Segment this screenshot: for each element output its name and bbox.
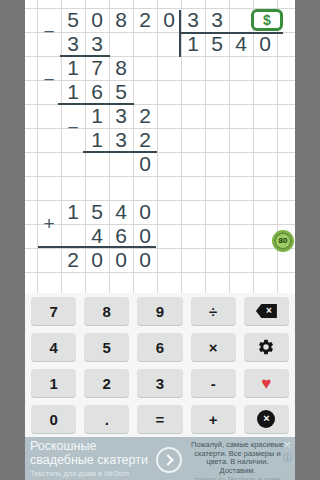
key-equals[interactable]: = (137, 405, 182, 433)
key-6[interactable]: 6 (137, 333, 182, 361)
operator-sign: − (37, 68, 61, 92)
digit-cell: 0 (133, 200, 157, 224)
digit-cell: 3 (205, 8, 229, 32)
key-divide[interactable]: ÷ (191, 297, 236, 325)
ad-banner[interactable]: Роскошные свадебные скатерти Текстиль дл… (25, 437, 295, 480)
digit-cell: 1 (61, 56, 85, 80)
digit-cell: 1 (85, 128, 109, 152)
digit-cell: 3 (181, 8, 205, 32)
digit-cell: 0 (85, 8, 109, 32)
key-label: + (209, 411, 218, 428)
key-5[interactable]: 5 (84, 333, 129, 361)
digit-cell: 4 (85, 224, 109, 248)
key-label: 1 (49, 375, 57, 392)
key-minus[interactable]: - (191, 369, 236, 397)
key-label: 6 (156, 339, 164, 356)
subtraction-line-3 (83, 151, 157, 153)
digit-cell: 3 (109, 104, 133, 128)
operator-sign: + (37, 212, 61, 236)
key-favorite[interactable] (244, 369, 289, 397)
digit-cell: 3 (109, 128, 133, 152)
digit-cell: 8 (109, 8, 133, 32)
digit-cell: 0 (133, 152, 157, 176)
digit-cell: 5 (61, 8, 85, 32)
digit-cell: 5 (109, 80, 133, 104)
ad-subline: Текстиль для дома в MrDom (30, 469, 155, 478)
close-icon (257, 410, 275, 428)
digit-cell: 5 (85, 200, 109, 224)
key-label: . (105, 411, 109, 428)
key-label: 4 (49, 339, 57, 356)
key-plus[interactable]: + (191, 405, 236, 433)
digit-cell: 1 (181, 32, 205, 56)
worksheet: $ 80 −5082033331540−178165−1321320+15404… (25, 0, 295, 293)
ad-body-text: Пожалуй, самые красивые скатерти. Все ра… (191, 441, 284, 475)
ad-text-block: Роскошные свадебные скатерти Текстиль дл… (30, 440, 155, 478)
digit-cell: 5 (205, 32, 229, 56)
addition-line (38, 246, 156, 248)
key-label: = (156, 411, 165, 428)
favorite-icon (261, 375, 271, 392)
key-0[interactable]: 0 (31, 405, 76, 433)
key-label: 9 (156, 303, 164, 320)
digit-cell: 4 (109, 200, 133, 224)
key-2[interactable]: 2 (84, 369, 129, 397)
key-label: × (209, 339, 218, 356)
info-icon[interactable] (283, 453, 292, 462)
key-multiply[interactable]: × (191, 333, 236, 361)
key-label: 0 (49, 411, 57, 428)
ad-headline-line2: свадебные скатерти (30, 454, 155, 468)
digit-cell: 2 (133, 8, 157, 32)
digit-cell: 0 (109, 248, 133, 272)
digit-cell: 0 (253, 32, 277, 56)
backspace-x-glyph (261, 304, 277, 318)
digit-cell: 6 (109, 224, 133, 248)
digit-cell: 6 (85, 80, 109, 104)
key-8[interactable]: 8 (84, 297, 129, 325)
key-dot[interactable]: . (84, 405, 129, 433)
keypad: 789÷456×123-0.=+ (25, 293, 295, 437)
key-4[interactable]: 4 (31, 333, 76, 361)
digit-cell: 0 (133, 248, 157, 272)
ad-arrow-button[interactable] (156, 447, 182, 473)
operator-sign: − (37, 20, 61, 44)
key-settings[interactable] (244, 333, 289, 361)
digit-cell: 2 (61, 248, 85, 272)
key-7[interactable]: 7 (31, 297, 76, 325)
key-backspace[interactable] (244, 297, 289, 325)
key-1[interactable]: 1 (31, 369, 76, 397)
digit-cell: 3 (85, 32, 109, 56)
key-close[interactable] (244, 405, 289, 433)
digit-cell: 2 (133, 128, 157, 152)
digit-cell: 1 (61, 80, 85, 104)
key-3[interactable]: 3 (137, 369, 182, 397)
key-label: - (211, 375, 216, 392)
key-label: 3 (156, 375, 164, 392)
subtraction-line-1 (60, 55, 110, 57)
digit-cell: 0 (85, 248, 109, 272)
app-screen: $ 80 −5082033331540−178165−1321320+15404… (25, 0, 295, 480)
key-label: 2 (103, 375, 111, 392)
ad-link-text: mrdom.ru Текстиль в доме (191, 476, 284, 480)
digit-cell: 3 (61, 32, 85, 56)
subtraction-line-2 (58, 103, 134, 105)
ad-headline-line1: Роскошные (30, 440, 155, 454)
chevron-right-icon (162, 454, 173, 465)
digit-cell: 4 (229, 32, 253, 56)
close-icon[interactable] (281, 437, 293, 452)
digit-cell: 8 (109, 56, 133, 80)
premium-dollar-button[interactable]: $ (251, 9, 283, 31)
key-label: 5 (103, 339, 111, 356)
digit-cell: 7 (85, 56, 109, 80)
digit-cell: 1 (61, 200, 85, 224)
digit-cell: 0 (157, 8, 181, 32)
key-label: 8 (103, 303, 111, 320)
key-label: 7 (49, 303, 57, 320)
operator-sign: − (61, 116, 85, 140)
backspace-icon (256, 304, 277, 318)
digit-cell: 0 (133, 224, 157, 248)
digit-cell: 2 (133, 104, 157, 128)
key-9[interactable]: 9 (137, 297, 182, 325)
key-label: ÷ (209, 303, 217, 320)
settings-icon (257, 338, 275, 356)
digit-cell: 1 (85, 104, 109, 128)
division-horizontal-line (179, 32, 283, 34)
score-badge[interactable]: 80 (272, 230, 294, 252)
ad-description-block: Пожалуй, самые красивые скатерти. Все ра… (191, 441, 284, 480)
